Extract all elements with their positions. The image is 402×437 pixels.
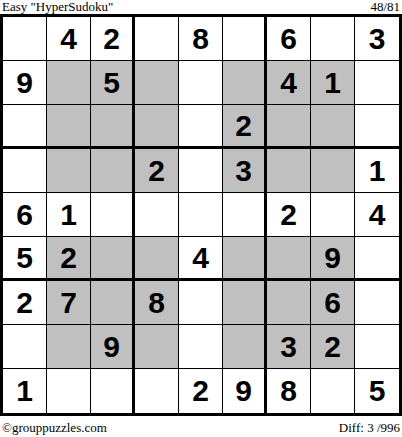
cell-r2c6[interactable]: [223, 61, 267, 105]
cell-r1c8[interactable]: [311, 17, 355, 61]
cell-r9c6: 9: [223, 369, 267, 413]
cell-r2c7: 4: [267, 61, 311, 105]
cell-r8c6[interactable]: [223, 325, 267, 369]
cell-r5c7: 2: [267, 193, 311, 237]
cell-r4c7[interactable]: [267, 149, 311, 193]
cell-r2c3: 5: [91, 61, 135, 105]
sudoku-board: 428639541223161245249278693212985: [0, 14, 402, 416]
cell-r4c3[interactable]: [91, 149, 135, 193]
copyright: ©grouppuzzles.com: [2, 421, 107, 434]
cell-r9c5: 2: [179, 369, 223, 413]
cell-r9c8[interactable]: [311, 369, 355, 413]
cell-r7c4: 8: [135, 281, 179, 325]
cell-r9c1: 1: [3, 369, 47, 413]
cell-r5c6[interactable]: [223, 193, 267, 237]
cell-r8c3: 9: [91, 325, 135, 369]
cell-r3c1[interactable]: [3, 105, 47, 149]
cell-r8c1[interactable]: [3, 325, 47, 369]
cell-r1c6[interactable]: [223, 17, 267, 61]
cell-r8c2[interactable]: [47, 325, 91, 369]
cell-r6c3[interactable]: [91, 237, 135, 281]
cell-r3c7[interactable]: [267, 105, 311, 149]
cell-r1c5: 8: [179, 17, 223, 61]
cell-r4c8[interactable]: [311, 149, 355, 193]
cell-r1c7: 6: [267, 17, 311, 61]
cell-r4c4: 2: [135, 149, 179, 193]
cell-r6c6[interactable]: [223, 237, 267, 281]
cell-r2c8: 1: [311, 61, 355, 105]
cell-r5c1: 6: [3, 193, 47, 237]
cell-r1c9: 3: [355, 17, 399, 61]
cell-r9c7: 8: [267, 369, 311, 413]
cell-r2c1: 9: [3, 61, 47, 105]
cell-r2c2[interactable]: [47, 61, 91, 105]
cell-r3c3[interactable]: [91, 105, 135, 149]
cell-r5c3[interactable]: [91, 193, 135, 237]
cell-r8c4[interactable]: [135, 325, 179, 369]
header: Easy "HyperSudoku" 48/81: [0, 0, 402, 14]
cell-r6c2: 2: [47, 237, 91, 281]
cell-r4c6: 3: [223, 149, 267, 193]
cell-r4c1[interactable]: [3, 149, 47, 193]
cell-r5c4[interactable]: [135, 193, 179, 237]
cell-r5c2: 1: [47, 193, 91, 237]
difficulty: Diff: 3 /996: [339, 421, 400, 434]
cell-r7c9[interactable]: [355, 281, 399, 325]
cell-r7c6[interactable]: [223, 281, 267, 325]
cell-r8c8: 2: [311, 325, 355, 369]
page: Easy "HyperSudoku" 48/81 428639541223161…: [0, 0, 402, 437]
cell-r8c7: 3: [267, 325, 311, 369]
cell-r1c3: 2: [91, 17, 135, 61]
cell-r9c4[interactable]: [135, 369, 179, 413]
cell-r5c8[interactable]: [311, 193, 355, 237]
cell-r3c6: 2: [223, 105, 267, 149]
cell-r4c2[interactable]: [47, 149, 91, 193]
cell-r1c2: 4: [47, 17, 91, 61]
cell-r7c3[interactable]: [91, 281, 135, 325]
cell-r7c7[interactable]: [267, 281, 311, 325]
cell-r6c4[interactable]: [135, 237, 179, 281]
cell-r1c4[interactable]: [135, 17, 179, 61]
cell-r6c1: 5: [3, 237, 47, 281]
cell-r5c5[interactable]: [179, 193, 223, 237]
cell-r4c9: 1: [355, 149, 399, 193]
cell-r6c9[interactable]: [355, 237, 399, 281]
progress-count: 48/81: [370, 0, 400, 13]
cell-r9c2[interactable]: [47, 369, 91, 413]
cell-r7c2: 7: [47, 281, 91, 325]
cell-r6c8: 9: [311, 237, 355, 281]
cell-r6c7[interactable]: [267, 237, 311, 281]
cell-r3c9[interactable]: [355, 105, 399, 149]
cell-r7c1: 2: [3, 281, 47, 325]
cell-r3c5[interactable]: [179, 105, 223, 149]
cell-r2c9[interactable]: [355, 61, 399, 105]
puzzle-title: Easy "HyperSudoku": [2, 0, 113, 13]
footer: ©grouppuzzles.com Diff: 3 /996: [0, 416, 402, 437]
cell-r3c4[interactable]: [135, 105, 179, 149]
cell-r9c9: 5: [355, 369, 399, 413]
cell-r2c4[interactable]: [135, 61, 179, 105]
cell-r2c5[interactable]: [179, 61, 223, 105]
cell-r7c5[interactable]: [179, 281, 223, 325]
cell-r5c9: 4: [355, 193, 399, 237]
cell-r3c8[interactable]: [311, 105, 355, 149]
cell-r8c9[interactable]: [355, 325, 399, 369]
cell-r7c8: 6: [311, 281, 355, 325]
cell-r4c5[interactable]: [179, 149, 223, 193]
cell-r1c1[interactable]: [3, 17, 47, 61]
cell-r3c2[interactable]: [47, 105, 91, 149]
cell-r9c3[interactable]: [91, 369, 135, 413]
cell-r6c5: 4: [179, 237, 223, 281]
cell-r8c5[interactable]: [179, 325, 223, 369]
